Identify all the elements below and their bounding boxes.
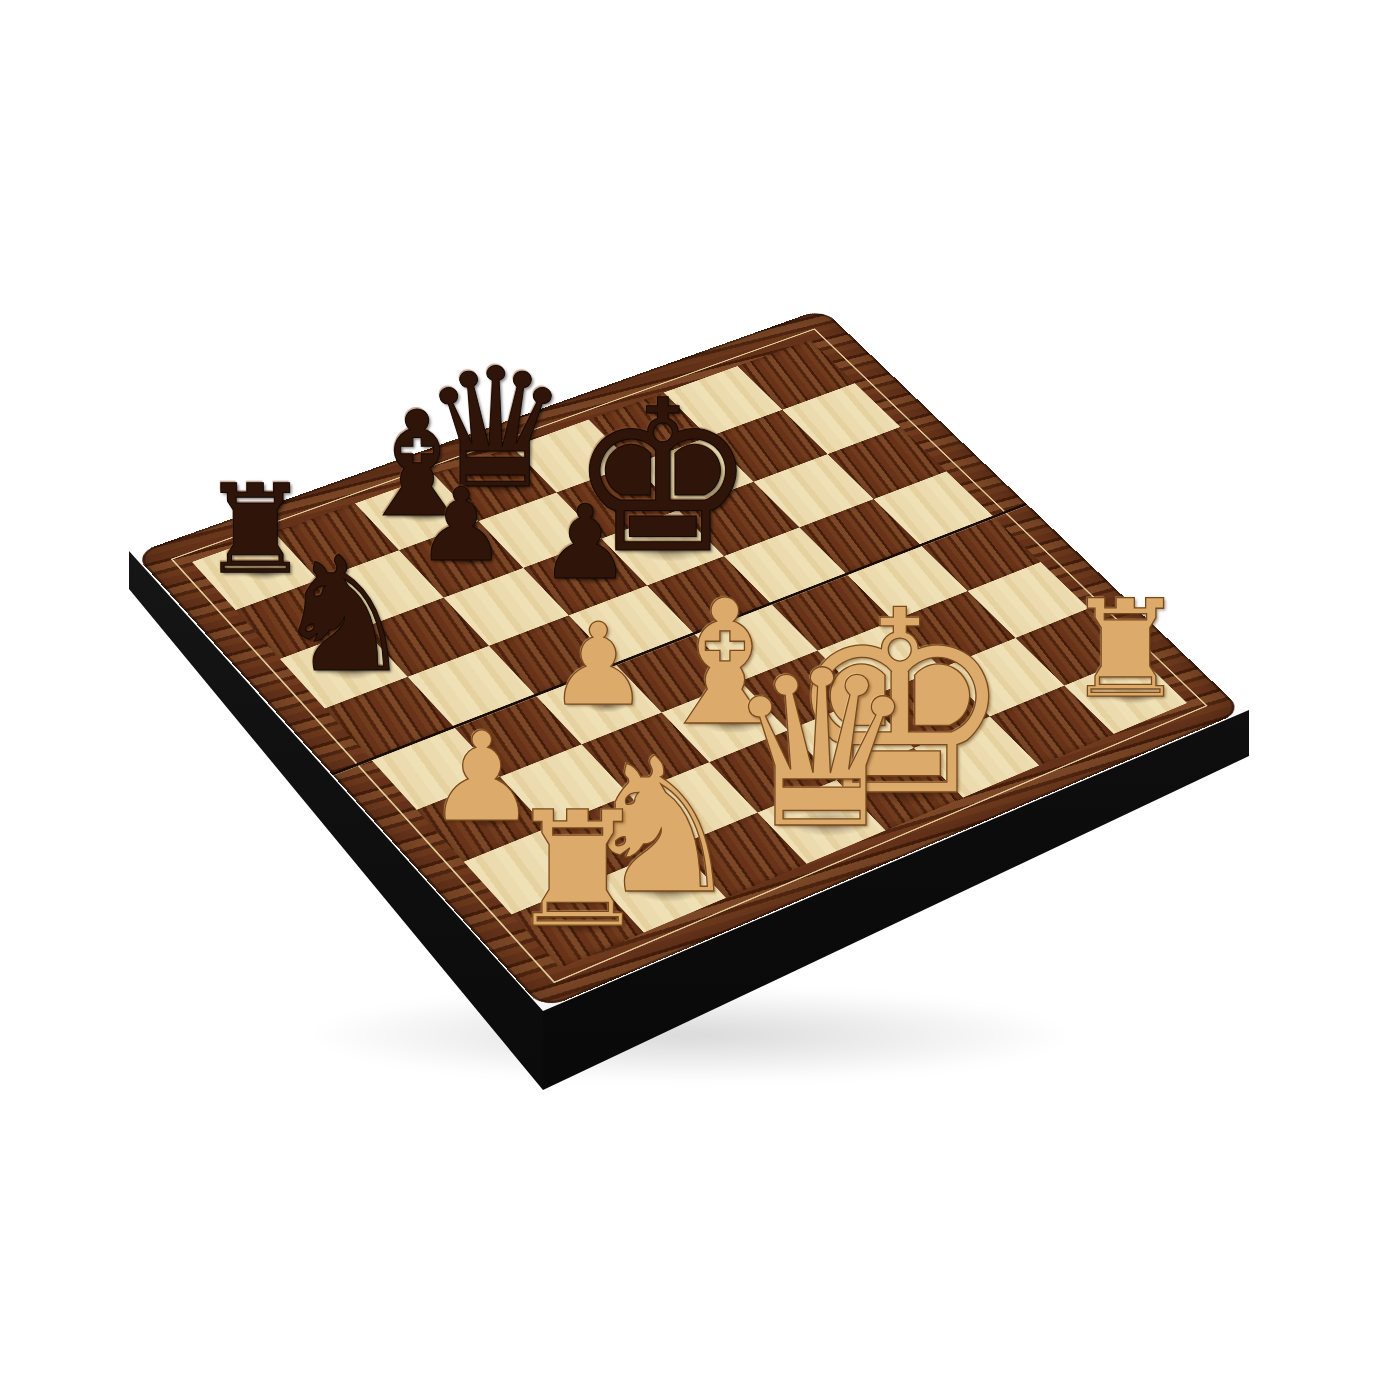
- board-top-face: [192, 340, 1187, 968]
- chess-set-photo: ♛♝♚♟♜♟♞♜♟♝♚♟♛♞♜: [0, 0, 1400, 1400]
- chess-board-grid: [192, 340, 1187, 968]
